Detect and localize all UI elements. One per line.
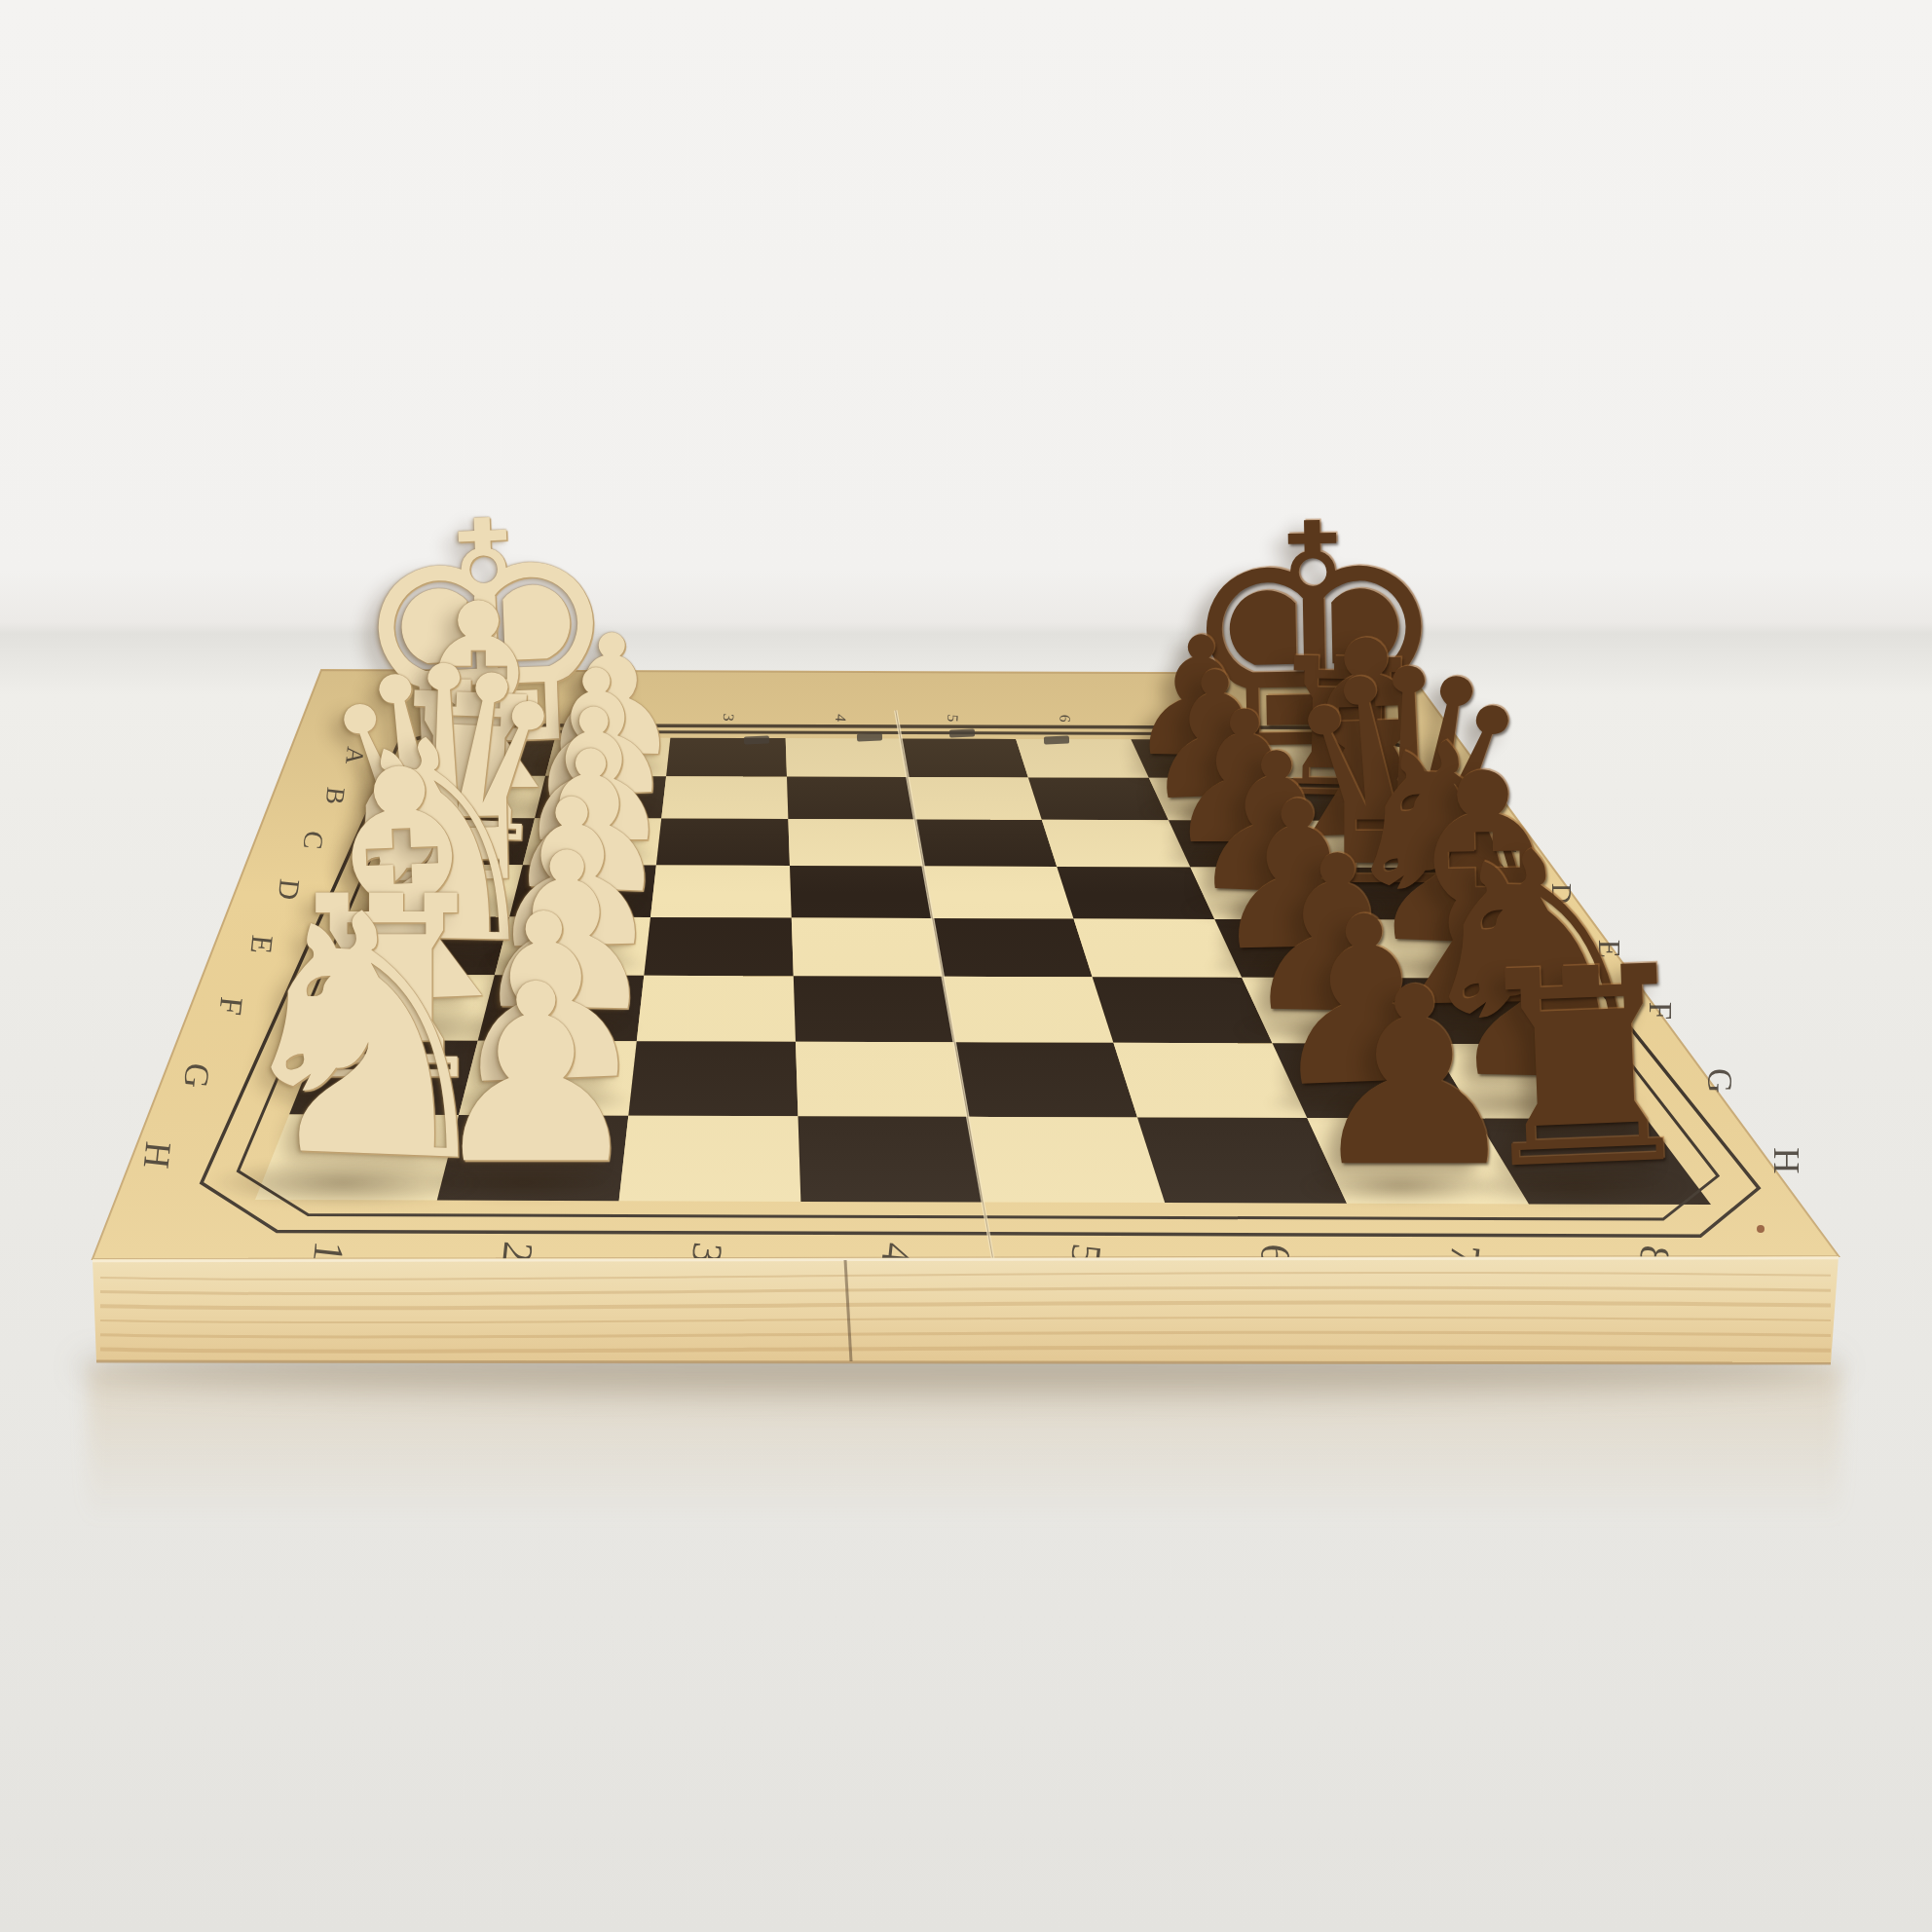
right-label-H: H <box>1766 1147 1807 1173</box>
far-label-6: 6 <box>1057 714 1074 723</box>
left-label-H: H <box>136 1139 180 1170</box>
black-pawn-h7[interactable]: ♟ <box>1291 955 1538 1202</box>
photo-scene: 1234567812345678HGFEDCBAHGFEDCBA ♚♟♟♚♜♟♟… <box>0 0 1932 1932</box>
far-label-4: 4 <box>833 714 850 723</box>
white-knight-h1[interactable]: ♞ <box>195 865 539 1209</box>
far-label-5: 5 <box>945 714 962 723</box>
hinge-mark-2 <box>857 733 882 742</box>
front-bottom-edge <box>96 1361 1831 1363</box>
wood-knot <box>1757 1225 1765 1233</box>
hinge-mark-3 <box>949 729 975 738</box>
hinge-mark-1 <box>744 736 769 745</box>
far-label-3: 3 <box>721 713 738 722</box>
hinge-mark-4 <box>1044 736 1069 745</box>
